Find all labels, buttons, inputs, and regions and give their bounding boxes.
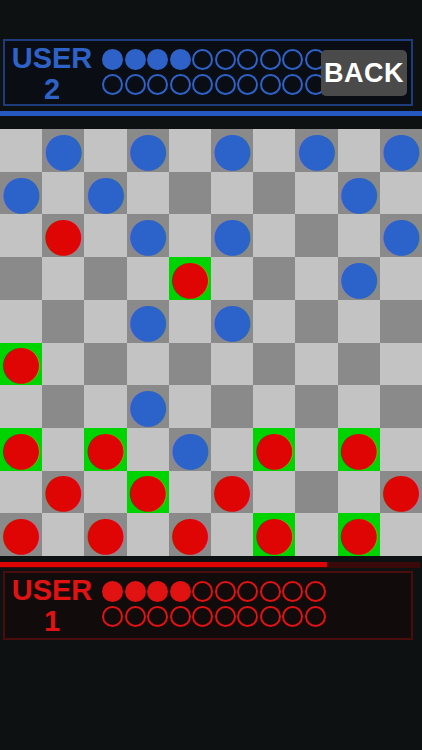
square-r6c3[interactable]: ● bbox=[127, 385, 169, 428]
square-r6c4[interactable] bbox=[169, 385, 211, 428]
square-r1c4[interactable] bbox=[169, 172, 211, 215]
capture-dot-empty bbox=[170, 606, 191, 627]
square-r9c6[interactable]: ● bbox=[253, 513, 295, 556]
square-r4c8[interactable] bbox=[338, 300, 380, 343]
blue-piece: ● bbox=[296, 129, 337, 172]
player1-captures-row1 bbox=[102, 581, 326, 602]
square-r8c9[interactable]: ● bbox=[380, 471, 422, 514]
square-r5c4[interactable] bbox=[169, 343, 211, 386]
blue-piece: ● bbox=[212, 129, 253, 172]
square-r0c7[interactable]: ● bbox=[295, 129, 337, 172]
square-r0c1[interactable]: ● bbox=[42, 129, 84, 172]
capture-dot-empty bbox=[215, 49, 236, 70]
player1-name-line2: 1 bbox=[10, 606, 94, 637]
red-piece: ● bbox=[254, 513, 295, 556]
capture-dot-empty bbox=[125, 606, 146, 627]
square-r2c6[interactable] bbox=[253, 214, 295, 257]
square-r9c5[interactable] bbox=[211, 513, 253, 556]
square-r7c6[interactable]: ● bbox=[253, 428, 295, 471]
red-piece: ● bbox=[380, 471, 421, 514]
square-r1c6[interactable] bbox=[253, 172, 295, 215]
red-piece: ● bbox=[85, 428, 126, 471]
square-r4c6[interactable] bbox=[253, 300, 295, 343]
square-r4c9[interactable] bbox=[380, 300, 422, 343]
square-r0c9[interactable]: ● bbox=[380, 129, 422, 172]
capture-dot-empty bbox=[282, 606, 303, 627]
red-piece: ● bbox=[338, 513, 379, 556]
capture-dot-empty bbox=[260, 606, 281, 627]
square-r2c1[interactable]: ● bbox=[42, 214, 84, 257]
square-r6c1[interactable] bbox=[42, 385, 84, 428]
square-r5c1[interactable] bbox=[42, 343, 84, 386]
square-r5c6[interactable] bbox=[253, 343, 295, 386]
blue-piece: ● bbox=[338, 172, 379, 215]
square-r4c7[interactable] bbox=[295, 300, 337, 343]
capture-dot-empty bbox=[192, 49, 213, 70]
red-piece: ● bbox=[127, 471, 168, 514]
player2-timer-bar bbox=[0, 111, 422, 116]
square-r1c3[interactable] bbox=[127, 172, 169, 215]
player1-timer-bar bbox=[0, 562, 327, 567]
player1-captures-row2 bbox=[102, 606, 326, 627]
square-r8c3[interactable]: ● bbox=[127, 471, 169, 514]
square-r3c0[interactable] bbox=[0, 257, 42, 300]
blue-piece: ● bbox=[127, 214, 168, 257]
capture-dot-empty bbox=[192, 581, 213, 602]
square-r9c8[interactable]: ● bbox=[338, 513, 380, 556]
square-r7c4[interactable]: ● bbox=[169, 428, 211, 471]
square-r2c3[interactable]: ● bbox=[127, 214, 169, 257]
red-piece: ● bbox=[85, 513, 126, 556]
player2-name: USER 2 bbox=[10, 43, 94, 105]
capture-dot-empty bbox=[237, 581, 258, 602]
capture-dot-empty bbox=[215, 581, 236, 602]
square-r3c9[interactable] bbox=[380, 257, 422, 300]
back-button[interactable]: BACK bbox=[321, 50, 407, 96]
capture-dot-empty bbox=[282, 74, 303, 95]
square-r6c5[interactable] bbox=[211, 385, 253, 428]
square-r0c8[interactable] bbox=[338, 129, 380, 172]
board: ●●●●●●●●●●●●●●●●●●●●●●●●●●●●●●●● bbox=[0, 129, 422, 556]
square-r3c3[interactable] bbox=[127, 257, 169, 300]
blue-piece: ● bbox=[127, 385, 168, 428]
capture-dot-empty bbox=[237, 49, 258, 70]
red-piece: ● bbox=[1, 343, 42, 386]
red-piece: ● bbox=[1, 513, 42, 556]
capture-dot-empty bbox=[282, 581, 303, 602]
player2-captures-row2 bbox=[102, 74, 326, 95]
square-r3c4[interactable]: ● bbox=[169, 257, 211, 300]
square-r2c0[interactable] bbox=[0, 214, 42, 257]
red-piece: ● bbox=[169, 513, 210, 556]
square-r3c5[interactable] bbox=[211, 257, 253, 300]
capture-dot-filled bbox=[102, 49, 123, 70]
blue-piece: ● bbox=[127, 300, 168, 343]
red-piece: ● bbox=[43, 471, 84, 514]
red-piece: ● bbox=[254, 428, 295, 471]
blue-piece: ● bbox=[212, 300, 253, 343]
square-r8c6[interactable] bbox=[253, 471, 295, 514]
red-piece: ● bbox=[1, 428, 42, 471]
square-r5c2[interactable] bbox=[84, 343, 126, 386]
square-r2c9[interactable]: ● bbox=[380, 214, 422, 257]
square-r1c0[interactable]: ● bbox=[0, 172, 42, 215]
square-r5c3[interactable] bbox=[127, 343, 169, 386]
square-r6c9[interactable] bbox=[380, 385, 422, 428]
square-r3c7[interactable] bbox=[295, 257, 337, 300]
capture-dot-empty bbox=[260, 49, 281, 70]
capture-dot-filled bbox=[147, 581, 168, 602]
square-r7c5[interactable] bbox=[211, 428, 253, 471]
capture-dot-empty bbox=[237, 74, 258, 95]
square-r5c9[interactable] bbox=[380, 343, 422, 386]
player2-captures-row1 bbox=[102, 49, 326, 70]
player2-name-line1: USER bbox=[10, 43, 94, 74]
capture-dot-filled bbox=[125, 581, 146, 602]
red-piece: ● bbox=[212, 471, 253, 514]
square-r3c8[interactable]: ● bbox=[338, 257, 380, 300]
square-r9c1[interactable] bbox=[42, 513, 84, 556]
blue-piece: ● bbox=[127, 129, 168, 172]
player1-panel: USER 1 bbox=[3, 571, 413, 640]
square-r7c9[interactable] bbox=[380, 428, 422, 471]
square-r1c2[interactable]: ● bbox=[84, 172, 126, 215]
blue-piece: ● bbox=[380, 129, 421, 172]
square-r6c0[interactable] bbox=[0, 385, 42, 428]
square-r0c6[interactable] bbox=[253, 129, 295, 172]
square-r8c1[interactable]: ● bbox=[42, 471, 84, 514]
capture-dot-empty bbox=[260, 581, 281, 602]
square-r6c8[interactable] bbox=[338, 385, 380, 428]
blue-piece: ● bbox=[338, 257, 379, 300]
square-r8c5[interactable]: ● bbox=[211, 471, 253, 514]
square-r3c6[interactable] bbox=[253, 257, 295, 300]
capture-dot-filled bbox=[170, 49, 191, 70]
blue-piece: ● bbox=[1, 172, 42, 215]
capture-dot-empty bbox=[305, 606, 326, 627]
square-r0c0[interactable] bbox=[0, 129, 42, 172]
square-r1c8[interactable]: ● bbox=[338, 172, 380, 215]
square-r0c4[interactable] bbox=[169, 129, 211, 172]
player2-name-line2: 2 bbox=[10, 74, 94, 105]
square-r7c7[interactable] bbox=[295, 428, 337, 471]
capture-dot-empty bbox=[305, 581, 326, 602]
capture-dot-empty bbox=[215, 606, 236, 627]
capture-dot-empty bbox=[147, 74, 168, 95]
player2-captures bbox=[102, 49, 326, 95]
capture-dot-empty bbox=[260, 74, 281, 95]
blue-piece: ● bbox=[169, 428, 210, 471]
capture-dot-empty bbox=[215, 74, 236, 95]
square-r7c1[interactable] bbox=[42, 428, 84, 471]
square-r0c3[interactable]: ● bbox=[127, 129, 169, 172]
capture-dot-empty bbox=[125, 74, 146, 95]
square-r4c2[interactable] bbox=[84, 300, 126, 343]
blue-piece: ● bbox=[380, 214, 421, 257]
square-r4c5[interactable]: ● bbox=[211, 300, 253, 343]
blue-piece: ● bbox=[85, 172, 126, 215]
capture-dot-empty bbox=[170, 74, 191, 95]
square-r4c1[interactable] bbox=[42, 300, 84, 343]
square-r8c0[interactable] bbox=[0, 471, 42, 514]
square-r7c8[interactable]: ● bbox=[338, 428, 380, 471]
capture-dot-filled bbox=[170, 581, 191, 602]
square-r0c5[interactable]: ● bbox=[211, 129, 253, 172]
square-r5c8[interactable] bbox=[338, 343, 380, 386]
square-r1c5[interactable] bbox=[211, 172, 253, 215]
square-r5c5[interactable] bbox=[211, 343, 253, 386]
square-r4c4[interactable] bbox=[169, 300, 211, 343]
red-piece: ● bbox=[338, 428, 379, 471]
square-r1c9[interactable] bbox=[380, 172, 422, 215]
square-r4c0[interactable] bbox=[0, 300, 42, 343]
capture-dot-empty bbox=[102, 74, 123, 95]
capture-dot-empty bbox=[282, 49, 303, 70]
square-r2c4[interactable] bbox=[169, 214, 211, 257]
capture-dot-filled bbox=[125, 49, 146, 70]
capture-dot-empty bbox=[147, 606, 168, 627]
red-piece: ● bbox=[169, 257, 210, 300]
square-r7c2[interactable]: ● bbox=[84, 428, 126, 471]
capture-dot-empty bbox=[192, 606, 213, 627]
blue-piece: ● bbox=[212, 214, 253, 257]
square-r9c4[interactable]: ● bbox=[169, 513, 211, 556]
square-r9c2[interactable]: ● bbox=[84, 513, 126, 556]
capture-dot-filled bbox=[102, 581, 123, 602]
square-r8c2[interactable] bbox=[84, 471, 126, 514]
capture-dot-empty bbox=[102, 606, 123, 627]
square-r9c7[interactable] bbox=[295, 513, 337, 556]
square-r6c6[interactable] bbox=[253, 385, 295, 428]
square-r3c2[interactable] bbox=[84, 257, 126, 300]
capture-dot-empty bbox=[237, 606, 258, 627]
capture-dot-filled bbox=[147, 49, 168, 70]
square-r5c7[interactable] bbox=[295, 343, 337, 386]
blue-piece: ● bbox=[43, 129, 84, 172]
player1-name: USER 1 bbox=[10, 575, 94, 637]
square-r1c1[interactable] bbox=[42, 172, 84, 215]
capture-dot-empty bbox=[192, 74, 213, 95]
square-r6c7[interactable] bbox=[295, 385, 337, 428]
square-r7c3[interactable] bbox=[127, 428, 169, 471]
square-r2c2[interactable] bbox=[84, 214, 126, 257]
square-r3c1[interactable] bbox=[42, 257, 84, 300]
square-r4c3[interactable]: ● bbox=[127, 300, 169, 343]
square-r9c0[interactable]: ● bbox=[0, 513, 42, 556]
red-piece: ● bbox=[43, 214, 84, 257]
square-r2c8[interactable] bbox=[338, 214, 380, 257]
square-r2c5[interactable]: ● bbox=[211, 214, 253, 257]
square-r0c2[interactable] bbox=[84, 129, 126, 172]
player2-panel: USER 2 BACK bbox=[3, 39, 413, 106]
player1-captures bbox=[102, 581, 326, 627]
square-r6c2[interactable] bbox=[84, 385, 126, 428]
square-r7c0[interactable]: ● bbox=[0, 428, 42, 471]
square-r1c7[interactable] bbox=[295, 172, 337, 215]
player1-timer-track bbox=[0, 562, 420, 568]
square-r9c3[interactable] bbox=[127, 513, 169, 556]
player1-name-line1: USER bbox=[10, 575, 94, 606]
square-r8c8[interactable] bbox=[338, 471, 380, 514]
square-r5c0[interactable]: ● bbox=[0, 343, 42, 386]
square-r8c4[interactable] bbox=[169, 471, 211, 514]
square-r9c9[interactable] bbox=[380, 513, 422, 556]
square-r2c7[interactable] bbox=[295, 214, 337, 257]
square-r8c7[interactable] bbox=[295, 471, 337, 514]
